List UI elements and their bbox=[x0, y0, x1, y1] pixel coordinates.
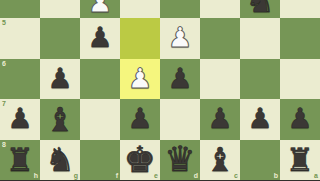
square-d5[interactable]: ♟ bbox=[160, 18, 200, 59]
square-a4[interactable] bbox=[280, 0, 320, 18]
square-e7[interactable]: ♟ bbox=[120, 99, 160, 140]
rank-label-6: 6 bbox=[2, 60, 6, 67]
square-a5[interactable] bbox=[280, 18, 320, 59]
black-rook[interactable]: ♜ bbox=[0, 140, 40, 181]
black-pawn[interactable]: ♟ bbox=[240, 99, 280, 140]
black-queen[interactable]: ♛ bbox=[160, 140, 200, 181]
square-g4[interactable] bbox=[40, 0, 80, 18]
black-pawn[interactable]: ♟ bbox=[120, 99, 160, 140]
black-pawn[interactable]: ♟ bbox=[160, 59, 200, 100]
square-b4[interactable]: ♞ bbox=[240, 0, 280, 18]
square-e5[interactable] bbox=[120, 18, 160, 59]
square-b7[interactable]: ♟ bbox=[240, 99, 280, 140]
square-a7[interactable]: ♟ bbox=[280, 99, 320, 140]
square-b8[interactable]: b bbox=[240, 140, 280, 181]
square-d6[interactable]: ♟ bbox=[160, 59, 200, 100]
square-g7[interactable]: ♝ bbox=[40, 99, 80, 140]
square-c8[interactable]: c♝ bbox=[200, 140, 240, 181]
square-c6[interactable] bbox=[200, 59, 240, 100]
black-bishop[interactable]: ♝ bbox=[200, 140, 240, 181]
square-d7[interactable] bbox=[160, 99, 200, 140]
square-a6[interactable] bbox=[280, 59, 320, 100]
square-h4[interactable] bbox=[0, 0, 40, 18]
square-g8[interactable]: g♞ bbox=[40, 140, 80, 181]
square-c7[interactable]: ♟ bbox=[200, 99, 240, 140]
white-pawn[interactable]: ♟ bbox=[80, 0, 120, 17]
black-pawn[interactable]: ♟ bbox=[200, 99, 240, 140]
square-f7[interactable] bbox=[80, 99, 120, 140]
file-label-f: f bbox=[116, 172, 118, 179]
black-pawn[interactable]: ♟ bbox=[280, 99, 320, 140]
white-pawn[interactable]: ♟ bbox=[120, 59, 160, 100]
black-knight[interactable]: ♞ bbox=[240, 0, 280, 17]
square-g6[interactable]: ♟ bbox=[40, 59, 80, 100]
square-g5[interactable] bbox=[40, 18, 80, 59]
black-rook[interactable]: ♜ bbox=[280, 140, 320, 181]
file-label-b: b bbox=[274, 172, 278, 179]
square-f4[interactable]: ♟ bbox=[80, 0, 120, 18]
square-a8[interactable]: a♜ bbox=[280, 140, 320, 181]
square-e8[interactable]: e♚ bbox=[120, 140, 160, 181]
black-knight[interactable]: ♞ bbox=[40, 140, 80, 181]
square-e4[interactable] bbox=[120, 0, 160, 18]
square-d8[interactable]: d♛ bbox=[160, 140, 200, 181]
square-f8[interactable]: f bbox=[80, 140, 120, 181]
black-bishop[interactable]: ♝ bbox=[40, 99, 80, 140]
square-b5[interactable] bbox=[240, 18, 280, 59]
square-h6[interactable]: 6 bbox=[0, 59, 40, 100]
square-h8[interactable]: 8h♜ bbox=[0, 140, 40, 181]
black-pawn[interactable]: ♟ bbox=[0, 99, 40, 140]
square-e6[interactable]: ♟ bbox=[120, 59, 160, 100]
square-f5[interactable]: ♟ bbox=[80, 18, 120, 59]
square-b6[interactable] bbox=[240, 59, 280, 100]
square-f6[interactable] bbox=[80, 59, 120, 100]
black-king[interactable]: ♚ bbox=[120, 140, 160, 181]
square-h7[interactable]: 7♟ bbox=[0, 99, 40, 140]
square-c5[interactable] bbox=[200, 18, 240, 59]
chess-board: ♟♞5♟♟6♟♟♟7♟♝♟♟♟♟8h♜g♞fe♚d♛c♝ba♜ bbox=[0, 0, 320, 180]
square-d4[interactable] bbox=[160, 0, 200, 18]
black-pawn[interactable]: ♟ bbox=[80, 18, 120, 59]
board-viewport: ♟♞5♟♟6♟♟♟7♟♝♟♟♟♟8h♜g♞fe♚d♛c♝ba♜ bbox=[0, 0, 320, 180]
square-h5[interactable]: 5 bbox=[0, 18, 40, 59]
square-c4[interactable] bbox=[200, 0, 240, 18]
white-pawn[interactable]: ♟ bbox=[160, 18, 200, 59]
rank-label-5: 5 bbox=[2, 19, 6, 26]
black-pawn[interactable]: ♟ bbox=[40, 59, 80, 100]
